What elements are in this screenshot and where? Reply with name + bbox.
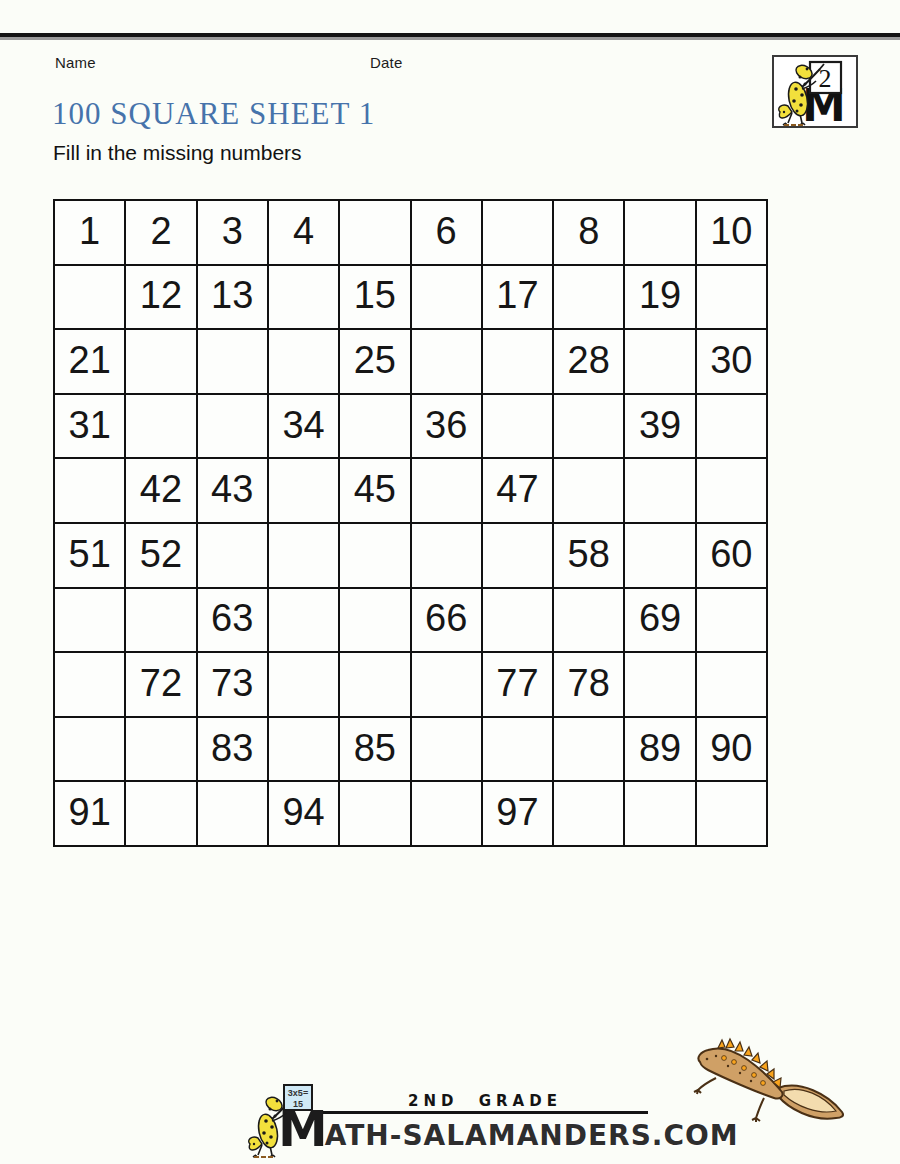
- grid-cell-blank[interactable]: [197, 329, 268, 394]
- grid-cell-blank[interactable]: [268, 652, 339, 717]
- grid-cell-given: 42: [125, 458, 196, 523]
- math-salamanders-logo: M 2: [772, 55, 858, 128]
- grid-cell-given: 73: [197, 652, 268, 717]
- grid-cell-given: 58: [553, 523, 624, 588]
- grid-cell-given: 30: [696, 329, 767, 394]
- grid-cell-blank[interactable]: [696, 588, 767, 653]
- grid-cell-blank[interactable]: [624, 652, 695, 717]
- grid-cell-given: 94: [268, 781, 339, 846]
- grid-cell-given: 77: [482, 652, 553, 717]
- grid-cell-blank[interactable]: [482, 588, 553, 653]
- grid-cell-blank[interactable]: [482, 717, 553, 782]
- top-border-bar-shadow: [0, 37, 900, 40]
- grid-cell-blank[interactable]: [624, 458, 695, 523]
- grid-cell-given: 31: [54, 394, 125, 459]
- footer-salamander-graphic: 3x5= 15: [246, 1083, 316, 1161]
- grid-cell-given: 90: [696, 717, 767, 782]
- grid-cell-given: 15: [339, 265, 410, 330]
- grid-cell-blank[interactable]: [553, 265, 624, 330]
- grid-cell-blank[interactable]: [268, 265, 339, 330]
- grid-cell-blank[interactable]: [54, 588, 125, 653]
- grid-cell-blank[interactable]: [125, 329, 196, 394]
- grid-cell-blank[interactable]: [482, 200, 553, 265]
- grid-cell-given: 34: [268, 394, 339, 459]
- grid-cell-blank[interactable]: [125, 781, 196, 846]
- grid-cell-blank[interactable]: [197, 781, 268, 846]
- grid-cell-given: 89: [624, 717, 695, 782]
- grid-cell-blank[interactable]: [411, 652, 482, 717]
- grid-cell-blank[interactable]: [553, 588, 624, 653]
- mini-board-line1: 3x5=: [288, 1088, 308, 1098]
- grid-cell-given: 2: [125, 200, 196, 265]
- grid-cell-given: 69: [624, 588, 695, 653]
- grid-cell-given: 52: [125, 523, 196, 588]
- grid-cell-blank[interactable]: [411, 717, 482, 782]
- grid-cell-given: 4: [268, 200, 339, 265]
- grid-cell-blank[interactable]: [268, 717, 339, 782]
- site-rest-text: ATH-SALAMANDERS.COM: [325, 1122, 739, 1152]
- grid-cell-blank[interactable]: [553, 781, 624, 846]
- grid-cell-blank[interactable]: [339, 588, 410, 653]
- grid-cell-blank[interactable]: [624, 781, 695, 846]
- grid-cell-given: 3: [197, 200, 268, 265]
- grid-cell-blank[interactable]: [553, 458, 624, 523]
- grid-cell-blank[interactable]: [696, 652, 767, 717]
- grid-cell-blank[interactable]: [482, 523, 553, 588]
- grid-cell-blank[interactable]: [339, 200, 410, 265]
- grid-cell-given: 47: [482, 458, 553, 523]
- grid-cell-blank[interactable]: [339, 394, 410, 459]
- grid-cell-blank[interactable]: [696, 394, 767, 459]
- grid-cell-blank[interactable]: [197, 523, 268, 588]
- grid-cell-blank[interactable]: [411, 781, 482, 846]
- grid-cell-given: 39: [624, 394, 695, 459]
- grid-cell-given: 85: [339, 717, 410, 782]
- grid-cell-blank[interactable]: [624, 200, 695, 265]
- grid-cell-blank[interactable]: [268, 458, 339, 523]
- grid-cell-blank[interactable]: [268, 588, 339, 653]
- grid-cell-blank[interactable]: [553, 717, 624, 782]
- grid-cell-given: 17: [482, 265, 553, 330]
- grid-cell-given: 45: [339, 458, 410, 523]
- grid-cell-blank[interactable]: [268, 329, 339, 394]
- date-label: Date: [370, 54, 403, 71]
- grid-cell-blank[interactable]: [125, 588, 196, 653]
- grid-cell-given: 1: [54, 200, 125, 265]
- grid-cell-blank[interactable]: [696, 781, 767, 846]
- grid-cell-given: 51: [54, 523, 125, 588]
- grid-cell-blank[interactable]: [696, 265, 767, 330]
- newt-illustration: [690, 1032, 858, 1136]
- grid-cell-blank[interactable]: [125, 717, 196, 782]
- grid-cell-blank[interactable]: [553, 394, 624, 459]
- grid-cell-blank[interactable]: [339, 781, 410, 846]
- grid-cell-blank[interactable]: [54, 265, 125, 330]
- hundred-square-grid: 1234681012131517192125283031343639424345…: [53, 199, 768, 847]
- grid-cell-given: 8: [553, 200, 624, 265]
- footer-salamander: 3x5= 15: [246, 1083, 316, 1164]
- grid-cell-given: 91: [54, 781, 125, 846]
- grid-cell-blank[interactable]: [268, 523, 339, 588]
- grid-cell-given: 25: [339, 329, 410, 394]
- grid-cell-blank[interactable]: [339, 523, 410, 588]
- page-subtitle: Fill in the missing numbers: [53, 141, 302, 165]
- grid-cell-blank[interactable]: [54, 652, 125, 717]
- grid-cell-given: 72: [125, 652, 196, 717]
- grid-cell-given: 97: [482, 781, 553, 846]
- worksheet-page: Name Date: [0, 0, 900, 1164]
- grid-cell-given: 12: [125, 265, 196, 330]
- grid-cell-blank[interactable]: [624, 523, 695, 588]
- name-label: Name: [55, 54, 96, 71]
- grid-cell-blank[interactable]: [482, 394, 553, 459]
- grid-cell-given: 60: [696, 523, 767, 588]
- grid-cell-blank[interactable]: [197, 394, 268, 459]
- grid-cell-blank[interactable]: [54, 717, 125, 782]
- grid-cell-blank[interactable]: [54, 458, 125, 523]
- grid-cell-given: 43: [197, 458, 268, 523]
- grid-cell-blank[interactable]: [624, 329, 695, 394]
- grid-cell-given: 66: [411, 588, 482, 653]
- logo-graphic: M 2: [774, 57, 856, 126]
- grid-cell-blank[interactable]: [411, 458, 482, 523]
- grid-cell-blank[interactable]: [339, 652, 410, 717]
- page-title: 100 SQUARE SHEET 1: [52, 96, 375, 132]
- grid-cell-blank[interactable]: [125, 394, 196, 459]
- grid-cell-given: 83: [197, 717, 268, 782]
- grid-cell-given: 78: [553, 652, 624, 717]
- grid-cell-given: 6: [411, 200, 482, 265]
- grid-cell-blank[interactable]: [482, 329, 553, 394]
- grid-cell-given: 13: [197, 265, 268, 330]
- grid-cell-blank[interactable]: [411, 329, 482, 394]
- grid-cell-given: 19: [624, 265, 695, 330]
- grid-cell-given: 36: [411, 394, 482, 459]
- grid-cell-given: 63: [197, 588, 268, 653]
- mini-board-line2: 15: [293, 1099, 303, 1109]
- grid-cell-blank[interactable]: [411, 265, 482, 330]
- grid-cell-blank[interactable]: [696, 458, 767, 523]
- grid-cell-given: 21: [54, 329, 125, 394]
- grid-cell-given: 10: [696, 200, 767, 265]
- site-name: MATH-SALAMANDERS.COM: [278, 1106, 739, 1152]
- newt-graphic: [690, 1032, 858, 1132]
- grid-cell-blank[interactable]: [411, 523, 482, 588]
- grid-cell-given: 28: [553, 329, 624, 394]
